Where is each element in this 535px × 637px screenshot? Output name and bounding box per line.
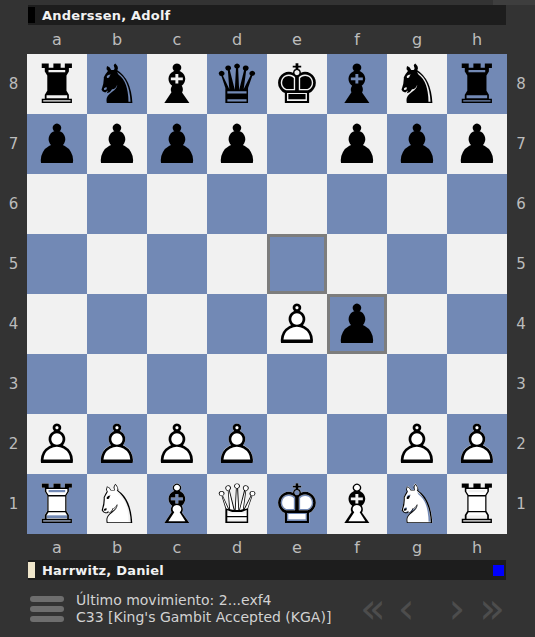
file-label-c: c: [147, 30, 207, 49]
player-bar-black: Anderssen, Adolf: [28, 5, 506, 25]
black-bishop: ♝: [327, 54, 387, 114]
square-d3[interactable]: [207, 354, 267, 414]
black-bishop: ♝: [147, 54, 207, 114]
square-h4[interactable]: [447, 294, 507, 354]
rank-label-5: 5: [507, 234, 535, 294]
player-bar-white: Harrwitz, Daniel: [28, 560, 506, 580]
black-rook: ♜: [447, 54, 507, 114]
square-f7[interactable]: ♟: [327, 114, 387, 174]
white-pawn: ♟♙: [87, 414, 147, 474]
file-label-b: b: [87, 30, 147, 49]
square-e3[interactable]: [267, 354, 327, 414]
square-d1[interactable]: ♛♕: [207, 474, 267, 534]
file-label-g: g: [387, 538, 447, 557]
square-d8[interactable]: ♛: [207, 54, 267, 114]
square-g3[interactable]: [387, 354, 447, 414]
square-f4[interactable]: ♟: [327, 294, 387, 354]
rank-label-7: 7: [507, 114, 535, 174]
square-h3[interactable]: [447, 354, 507, 414]
square-d5[interactable]: [207, 234, 267, 294]
white-knight: ♞♘: [387, 474, 447, 534]
square-c2[interactable]: ♟♙: [147, 414, 207, 474]
square-f1[interactable]: ♝♗: [327, 474, 387, 534]
previous-move-button[interactable]: ‹: [398, 590, 415, 628]
white-player-name: Harrwitz, Daniel: [42, 563, 164, 578]
square-g7[interactable]: ♟: [387, 114, 447, 174]
file-label-a: a: [27, 30, 87, 49]
square-g2[interactable]: ♟♙: [387, 414, 447, 474]
white-pawn: ♟♙: [207, 414, 267, 474]
white-pawn: ♟♙: [447, 414, 507, 474]
footer-bar: Último movimiento: 2...exf4 C33 [King's …: [0, 580, 535, 637]
board-area: 87654321 ♜♞♝♛♚♝♞♜♟♟♟♟♟♟♟♟♙♟♟♙♟♙♟♙♟♙♟♙♟♙♜…: [0, 54, 535, 534]
square-a6[interactable]: [27, 174, 87, 234]
square-h8[interactable]: ♜: [447, 54, 507, 114]
black-rook: ♜: [27, 54, 87, 114]
rank-label-3: 3: [507, 354, 535, 414]
white-king: ♚♔: [267, 474, 327, 534]
square-f8[interactable]: ♝: [327, 54, 387, 114]
square-c4[interactable]: [147, 294, 207, 354]
white-bishop: ♝♗: [327, 474, 387, 534]
file-label-b: b: [87, 538, 147, 557]
black-player-color-swatch: [28, 7, 35, 23]
square-f3[interactable]: [327, 354, 387, 414]
file-label-a: a: [27, 538, 87, 557]
file-label-g: g: [387, 30, 447, 49]
square-b8[interactable]: ♞: [87, 54, 147, 114]
next-move-button[interactable]: ›: [449, 590, 466, 628]
app-window: Anderssen, Adolf abcdefgh 87654321 ♜♞♝♛♚…: [0, 0, 535, 637]
square-a8[interactable]: ♜: [27, 54, 87, 114]
square-e1[interactable]: ♚♔: [267, 474, 327, 534]
square-b3[interactable]: [87, 354, 147, 414]
file-label-e: e: [267, 538, 327, 557]
black-pawn: ♟: [147, 114, 207, 174]
square-h5[interactable]: [447, 234, 507, 294]
opening-text: C33 [King's Gambit Accepted (KGA)]: [76, 609, 331, 626]
last-move-text: Último movimiento: 2...exf4: [76, 592, 331, 609]
menu-icon: [30, 606, 64, 612]
square-d2[interactable]: ♟♙: [207, 414, 267, 474]
rank-label-1: 1: [507, 474, 535, 534]
square-a7[interactable]: ♟: [27, 114, 87, 174]
white-bishop: ♝♗: [147, 474, 207, 534]
file-label-h: h: [447, 30, 507, 49]
square-g6[interactable]: [387, 174, 447, 234]
rank-label-6: 6: [507, 174, 535, 234]
square-d7[interactable]: ♟: [207, 114, 267, 174]
black-pawn: ♟: [447, 114, 507, 174]
black-player-name: Anderssen, Adolf: [42, 8, 170, 23]
rank-label-2: 2: [507, 414, 535, 474]
white-queen: ♛♕: [207, 474, 267, 534]
square-b2[interactable]: ♟♙: [87, 414, 147, 474]
last-move-button[interactable]: »: [479, 590, 505, 628]
scroll-indicator[interactable]: [493, 0, 535, 5]
move-info: Último movimiento: 2...exf4 C33 [King's …: [76, 592, 331, 626]
white-pawn: ♟♙: [147, 414, 207, 474]
square-h7[interactable]: ♟: [447, 114, 507, 174]
black-pawn: ♟: [327, 114, 387, 174]
square-e4[interactable]: ♟♙: [267, 294, 327, 354]
square-b7[interactable]: ♟: [87, 114, 147, 174]
black-pawn: ♟: [27, 114, 87, 174]
square-e7[interactable]: [267, 114, 327, 174]
square-c3[interactable]: [147, 354, 207, 414]
rank-label-8: 8: [507, 54, 535, 114]
square-b5[interactable]: [87, 234, 147, 294]
square-h2[interactable]: ♟♙: [447, 414, 507, 474]
square-e8[interactable]: ♚: [267, 54, 327, 114]
black-pawn: ♟: [87, 114, 147, 174]
white-rook: ♜♖: [27, 474, 87, 534]
rank-label-2: 2: [0, 414, 27, 474]
square-h1[interactable]: ♜♖: [447, 474, 507, 534]
black-pawn: ♟: [207, 114, 267, 174]
file-label-e: e: [267, 30, 327, 49]
square-f6[interactable]: [327, 174, 387, 234]
square-a1[interactable]: ♜♖: [27, 474, 87, 534]
square-c1[interactable]: ♝♗: [147, 474, 207, 534]
black-knight: ♞: [387, 54, 447, 114]
square-f2[interactable]: [327, 414, 387, 474]
file-label-f: f: [327, 30, 387, 49]
square-e5[interactable]: [267, 234, 327, 294]
file-label-c: c: [147, 538, 207, 557]
file-label-d: d: [207, 538, 267, 557]
square-g8[interactable]: ♞: [387, 54, 447, 114]
rank-labels-right: 87654321: [507, 54, 535, 534]
square-c5[interactable]: [147, 234, 207, 294]
square-a4[interactable]: [27, 294, 87, 354]
white-pawn: ♟♙: [27, 414, 87, 474]
square-b1[interactable]: ♞♘: [87, 474, 147, 534]
square-e2[interactable]: [267, 414, 327, 474]
menu-icon: [30, 616, 64, 622]
square-g4[interactable]: [387, 294, 447, 354]
square-d4[interactable]: [207, 294, 267, 354]
square-g5[interactable]: [387, 234, 447, 294]
rank-label-6: 6: [0, 174, 27, 234]
rank-labels-left: 87654321: [0, 54, 27, 534]
rank-label-4: 4: [507, 294, 535, 354]
file-labels-bottom: abcdefgh: [0, 534, 535, 560]
move-navigation: « ‹ › »: [360, 590, 505, 628]
white-rook: ♜♖: [447, 474, 507, 534]
white-knight: ♞♘: [87, 474, 147, 534]
square-g1[interactable]: ♞♘: [387, 474, 447, 534]
file-label-d: d: [207, 30, 267, 49]
chess-board: ♜♞♝♛♚♝♞♜♟♟♟♟♟♟♟♟♙♟♟♙♟♙♟♙♟♙♟♙♟♙♜♖♞♘♝♗♛♕♚♔…: [27, 54, 507, 534]
rank-label-8: 8: [0, 54, 27, 114]
menu-icon: [30, 596, 64, 602]
square-e6[interactable]: [267, 174, 327, 234]
square-d6[interactable]: [207, 174, 267, 234]
white-player-color-swatch: [28, 562, 35, 578]
rank-label-4: 4: [0, 294, 27, 354]
first-move-button[interactable]: «: [360, 590, 386, 628]
black-pawn: ♟: [327, 294, 387, 354]
square-a5[interactable]: [27, 234, 87, 294]
black-knight: ♞: [87, 54, 147, 114]
black-queen: ♛: [207, 54, 267, 114]
rank-label-3: 3: [0, 354, 27, 414]
square-c8[interactable]: ♝: [147, 54, 207, 114]
black-king: ♚: [267, 54, 327, 114]
rank-label-7: 7: [0, 114, 27, 174]
file-label-h: h: [447, 538, 507, 557]
menu-button[interactable]: [30, 594, 64, 624]
square-c7[interactable]: ♟: [147, 114, 207, 174]
square-c6[interactable]: [147, 174, 207, 234]
square-b6[interactable]: [87, 174, 147, 234]
square-f5[interactable]: [327, 234, 387, 294]
rank-label-5: 5: [0, 234, 27, 294]
white-pawn: ♟♙: [267, 294, 327, 354]
white-pawn: ♟♙: [387, 414, 447, 474]
file-label-f: f: [327, 538, 387, 557]
square-h6[interactable]: [447, 174, 507, 234]
black-pawn: ♟: [387, 114, 447, 174]
square-b4[interactable]: [87, 294, 147, 354]
square-a3[interactable]: [27, 354, 87, 414]
rank-label-1: 1: [0, 474, 27, 534]
file-labels-top: abcdefgh: [0, 25, 535, 54]
square-a2[interactable]: ♟♙: [27, 414, 87, 474]
side-to-move-indicator: [493, 565, 504, 576]
